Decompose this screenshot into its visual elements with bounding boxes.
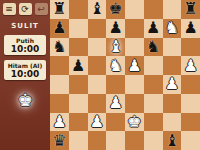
square-d7[interactable]: ♟: [106, 19, 125, 38]
black-clock: Hitam (AI) 10:00: [4, 60, 46, 80]
restart-icon[interactable]: ⟳: [19, 3, 32, 15]
square-e8[interactable]: [125, 0, 144, 19]
square-b8[interactable]: [69, 0, 88, 19]
square-h5[interactable]: ♟: [181, 56, 200, 75]
square-f6[interactable]: ♞: [144, 38, 163, 57]
square-h3[interactable]: [181, 94, 200, 113]
square-g4[interactable]: ♟: [163, 75, 182, 94]
square-c3[interactable]: [88, 94, 107, 113]
white-pawn-piece: ♟: [183, 57, 197, 75]
white-clock: Putih 10:00: [4, 35, 46, 55]
square-b3[interactable]: [69, 94, 88, 113]
square-g3[interactable]: [163, 94, 182, 113]
white-knight-piece: ♞: [108, 57, 122, 75]
square-a3[interactable]: [50, 94, 69, 113]
square-g6[interactable]: [163, 38, 182, 57]
white-pawn-piece: ♟: [108, 94, 122, 112]
square-h6[interactable]: [181, 38, 200, 57]
square-d4[interactable]: [106, 75, 125, 94]
sidebar: ≡ ⟳ ↩ SULIT Putih 10:00 Hitam (AI) 10:00…: [0, 0, 50, 150]
black-pawn-piece: ♟: [108, 19, 122, 37]
square-c8[interactable]: ♝: [88, 0, 107, 19]
square-e6[interactable]: [125, 38, 144, 57]
square-b5[interactable]: ♟: [69, 56, 88, 75]
undo-icon[interactable]: ↩: [35, 3, 48, 15]
square-a5[interactable]: [50, 56, 69, 75]
square-h2[interactable]: [181, 113, 200, 132]
square-f7[interactable]: ♟: [144, 19, 163, 38]
square-a2[interactable]: ♟: [50, 113, 69, 132]
square-c5[interactable]: [88, 56, 107, 75]
square-e4[interactable]: [125, 75, 144, 94]
square-a4[interactable]: [50, 75, 69, 94]
white-bishop-piece: ♝: [108, 38, 122, 56]
black-bishop-piece: ♝: [165, 132, 179, 150]
white-clock-time: 10:00: [4, 44, 46, 54]
square-a7[interactable]: ♟: [50, 19, 69, 38]
black-clock-time: 10:00: [4, 69, 46, 79]
black-rook-piece: ♜: [52, 0, 66, 18]
square-e3[interactable]: [125, 94, 144, 113]
white-pawn-piece: ♟: [52, 113, 66, 131]
black-pawn-piece: ♟: [52, 19, 66, 37]
square-b7[interactable]: [69, 19, 88, 38]
square-g1[interactable]: ♝: [163, 131, 182, 150]
menu-icon[interactable]: ≡: [3, 3, 16, 15]
square-a6[interactable]: ♞: [50, 38, 69, 57]
white-king-turn-icon: ♚: [17, 90, 32, 110]
black-pawn-piece: ♟: [146, 19, 160, 37]
black-king-piece: ♚: [108, 0, 122, 18]
black-knight-piece: ♞: [52, 38, 66, 56]
square-g5[interactable]: [163, 56, 182, 75]
square-d2[interactable]: [106, 113, 125, 132]
chess-board[interactable]: ♜♝♚♜♟♟♟♞♟♞♝♞♟♞♟♟♟♟♟♟♚♛♝: [50, 0, 200, 150]
square-h7[interactable]: ♟: [181, 19, 200, 38]
square-e7[interactable]: [125, 19, 144, 38]
square-c6[interactable]: [88, 38, 107, 57]
chess-app: ≡ ⟳ ↩ SULIT Putih 10:00 Hitam (AI) 10:00…: [0, 0, 200, 150]
square-c2[interactable]: ♟: [88, 113, 107, 132]
black-bishop-piece: ♝: [90, 0, 104, 18]
square-g2[interactable]: [163, 113, 182, 132]
white-pawn-piece: ♟: [90, 113, 104, 131]
black-player-name: Hitam (AI): [4, 62, 46, 69]
square-d6[interactable]: ♝: [106, 38, 125, 57]
square-c1[interactable]: [88, 131, 107, 150]
black-knight-piece: ♞: [146, 38, 160, 56]
square-b2[interactable]: [69, 113, 88, 132]
square-c4[interactable]: [88, 75, 107, 94]
square-d8[interactable]: ♚: [106, 0, 125, 19]
square-f2[interactable]: [144, 113, 163, 132]
white-king-piece: ♚: [127, 113, 141, 131]
square-c7[interactable]: [88, 19, 107, 38]
square-d5[interactable]: ♞: [106, 56, 125, 75]
toolbar: ≡ ⟳ ↩: [3, 3, 48, 15]
square-e1[interactable]: [125, 131, 144, 150]
square-b1[interactable]: [69, 131, 88, 150]
black-rook-piece: ♜: [183, 0, 197, 18]
square-f1[interactable]: [144, 131, 163, 150]
square-e2[interactable]: ♚: [125, 113, 144, 132]
white-pawn-piece: ♟: [127, 57, 141, 75]
difficulty-label: SULIT: [11, 22, 39, 30]
square-a1[interactable]: ♛: [50, 131, 69, 150]
black-queen-piece: ♛: [52, 132, 66, 150]
square-b4[interactable]: [69, 75, 88, 94]
black-pawn-piece: ♟: [183, 19, 197, 37]
white-pawn-piece: ♟: [165, 75, 179, 93]
square-f8[interactable]: [144, 0, 163, 19]
white-knight-piece: ♞: [165, 19, 179, 37]
square-f5[interactable]: [144, 56, 163, 75]
square-g7[interactable]: ♞: [163, 19, 182, 38]
square-h1[interactable]: [181, 131, 200, 150]
square-f3[interactable]: [144, 94, 163, 113]
square-d1[interactable]: [106, 131, 125, 150]
square-a8[interactable]: ♜: [50, 0, 69, 19]
square-e5[interactable]: ♟: [125, 56, 144, 75]
square-h4[interactable]: [181, 75, 200, 94]
square-b6[interactable]: [69, 38, 88, 57]
square-g8[interactable]: [163, 0, 182, 19]
white-player-name: Putih: [4, 37, 46, 44]
square-d3[interactable]: ♟: [106, 94, 125, 113]
square-f4[interactable]: [144, 75, 163, 94]
square-h8[interactable]: ♜: [181, 0, 200, 19]
black-pawn-piece: ♟: [71, 57, 85, 75]
